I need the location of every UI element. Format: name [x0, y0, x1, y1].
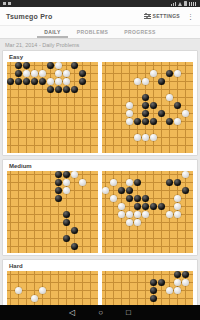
grid-line: [102, 65, 193, 66]
white-stone: [71, 171, 78, 178]
black-stone: [134, 195, 141, 202]
grid-line: [7, 214, 98, 215]
grid-line: [102, 246, 193, 247]
app-title: Tsumego Pro: [6, 13, 52, 20]
grid-line: [7, 222, 98, 223]
grid-line: [102, 145, 193, 146]
grid-line: [10, 62, 11, 153]
grid-line: [50, 62, 51, 153]
go-board-thumbnail[interactable]: [7, 271, 98, 309]
black-stone: [134, 118, 141, 125]
grid-line: [7, 105, 98, 106]
white-stone: [23, 70, 30, 77]
black-stone: [15, 70, 22, 77]
grid-line: [185, 62, 186, 153]
overflow-menu-button[interactable]: ⋮: [187, 13, 194, 20]
white-stone: [63, 78, 70, 85]
white-stone: [110, 179, 117, 186]
black-stone: [63, 171, 70, 178]
white-stone: [134, 211, 141, 218]
settings-icon: [144, 13, 151, 20]
black-stone: [55, 171, 62, 178]
home-icon[interactable]: ○: [98, 309, 103, 317]
grid-line: [102, 238, 193, 239]
black-stone: [174, 179, 181, 186]
white-stone: [142, 134, 149, 141]
grid-line: [7, 246, 98, 247]
status-bar: [0, 0, 200, 7]
black-stone: [142, 118, 149, 125]
white-stone: [166, 211, 173, 218]
black-stone: [71, 62, 78, 69]
grid-line: [102, 129, 193, 130]
white-stone: [182, 110, 189, 117]
white-stone: [126, 118, 133, 125]
grid-line: [50, 171, 51, 253]
section-card-easy: Easy: [2, 50, 198, 156]
white-stone: [126, 211, 133, 218]
grid-line: [7, 121, 98, 122]
black-stone: [134, 203, 141, 210]
grid-line: [102, 222, 193, 223]
settings-label: SETTINGS: [153, 13, 180, 19]
grid-line: [90, 171, 91, 253]
grid-line: [7, 113, 98, 114]
white-stone: [134, 219, 141, 226]
signal-icon: [171, 2, 176, 6]
grid-line: [102, 298, 193, 299]
grid-line: [102, 174, 193, 175]
white-stone: [174, 279, 181, 286]
tab-progress[interactable]: PROGRESS: [117, 26, 163, 38]
black-stone: [71, 86, 78, 93]
notification-icon: [8, 2, 11, 5]
date-header: Mar 21, 2014 - Daily Problems: [0, 39, 200, 50]
black-stone: [158, 279, 165, 286]
black-stone: [23, 78, 30, 85]
white-stone: [166, 287, 173, 294]
white-stone: [174, 211, 181, 218]
black-stone: [55, 187, 62, 194]
white-stone: [174, 118, 181, 125]
white-stone: [63, 70, 70, 77]
grid-line: [7, 238, 98, 239]
grid-line: [102, 89, 193, 90]
grid-line: [105, 171, 106, 253]
go-board-thumbnail[interactable]: [102, 62, 193, 153]
black-stone: [150, 118, 157, 125]
section-title: Hard: [9, 263, 195, 269]
grid-line: [161, 171, 162, 253]
wifi-icon: [178, 2, 182, 6]
black-stone: [150, 287, 157, 294]
white-stone: [126, 179, 133, 186]
white-stone: [102, 187, 109, 194]
grid-line: [34, 171, 35, 253]
go-board-thumbnail[interactable]: [102, 271, 193, 309]
white-stone: [126, 219, 133, 226]
grid-line: [90, 62, 91, 153]
white-stone: [118, 203, 125, 210]
black-stone: [182, 271, 189, 278]
white-stone: [63, 179, 70, 186]
black-stone: [150, 295, 157, 302]
grid-line: [105, 62, 106, 153]
white-stone: [174, 203, 181, 210]
white-stone: [182, 279, 189, 286]
white-stone: [55, 62, 62, 69]
grid-line: [7, 129, 98, 130]
black-stone: [166, 179, 173, 186]
grid-line: [7, 190, 98, 191]
white-stone: [118, 211, 125, 218]
black-stone: [126, 187, 133, 194]
grid-line: [7, 282, 98, 283]
black-stone: [63, 219, 70, 226]
back-icon[interactable]: ◁: [69, 309, 75, 317]
white-stone: [126, 110, 133, 117]
black-stone: [134, 179, 141, 186]
black-stone: [79, 70, 86, 77]
white-stone: [150, 70, 157, 77]
grid-line: [42, 171, 43, 253]
black-stone: [166, 118, 173, 125]
go-board-thumbnail[interactable]: [102, 171, 193, 253]
black-stone: [55, 86, 62, 93]
black-stone: [39, 78, 46, 85]
android-nav-bar: ◁ ○ □: [0, 305, 200, 320]
tab-daily[interactable]: DAILY: [37, 26, 68, 38]
black-stone: [174, 271, 181, 278]
black-stone: [182, 187, 189, 194]
battery-icon: [184, 1, 187, 6]
notification-icon: [3, 2, 6, 5]
grid-line: [161, 62, 162, 153]
white-stone: [79, 179, 86, 186]
white-stone: [150, 134, 157, 141]
section-card-medium: Medium: [2, 159, 198, 256]
go-board-thumbnail[interactable]: [7, 62, 98, 153]
tab-bar: DAILY PROBLEMS PROGRESS: [0, 26, 200, 39]
section-title: Medium: [9, 163, 195, 169]
white-stone: [110, 195, 117, 202]
black-stone: [158, 78, 165, 85]
black-stone: [31, 78, 38, 85]
black-stone: [71, 243, 78, 250]
white-stone: [55, 78, 62, 85]
white-stone: [142, 78, 149, 85]
black-stone: [158, 110, 165, 117]
grid-line: [7, 274, 98, 275]
black-stone: [150, 203, 157, 210]
black-stone: [150, 279, 157, 286]
grid-line: [74, 62, 75, 153]
white-stone: [182, 171, 189, 178]
grid-line: [26, 171, 27, 253]
grid-line: [7, 174, 98, 175]
grid-line: [7, 230, 98, 231]
black-stone: [142, 195, 149, 202]
white-stone: [166, 94, 173, 101]
white-stone: [174, 70, 181, 77]
white-stone: [142, 211, 149, 218]
black-stone: [15, 62, 22, 69]
black-stone: [142, 94, 149, 101]
black-stone: [23, 62, 30, 69]
grid-line: [102, 190, 193, 191]
black-stone: [47, 62, 54, 69]
tab-problems[interactable]: PROBLEMS: [70, 26, 116, 38]
grid-line: [10, 171, 11, 253]
black-stone: [47, 86, 54, 93]
black-stone: [15, 78, 22, 85]
grid-line: [7, 137, 98, 138]
grid-line: [113, 62, 114, 153]
white-stone: [39, 287, 46, 294]
grid-line: [7, 198, 98, 199]
grid-line: [74, 171, 75, 253]
black-stone: [55, 195, 62, 202]
white-stone: [134, 78, 141, 85]
app-bar: Tsumego Pro SETTINGS ⋮: [0, 7, 200, 26]
grid-line: [185, 171, 186, 253]
white-stone: [63, 187, 70, 194]
white-stone: [15, 287, 22, 294]
black-stone: [142, 102, 149, 109]
black-stone: [63, 86, 70, 93]
black-stone: [142, 110, 149, 117]
black-stone: [55, 179, 62, 186]
grid-line: [18, 171, 19, 253]
black-stone: [79, 78, 86, 85]
grid-line: [153, 171, 154, 253]
grid-line: [121, 62, 122, 153]
section-title: Easy: [9, 54, 195, 60]
clock-text: [189, 2, 197, 6]
white-stone: [174, 287, 181, 294]
black-stone: [71, 227, 78, 234]
white-stone: [126, 102, 133, 109]
black-stone: [142, 203, 149, 210]
black-stone: [7, 78, 14, 85]
recents-icon[interactable]: □: [126, 309, 131, 317]
grid-line: [7, 206, 98, 207]
black-stone: [63, 211, 70, 218]
black-stone: [63, 235, 70, 242]
settings-button[interactable]: SETTINGS: [144, 13, 180, 20]
black-stone: [118, 187, 125, 194]
black-stone: [150, 102, 157, 109]
grid-line: [102, 230, 193, 231]
black-stone: [174, 102, 181, 109]
grid-line: [7, 298, 98, 299]
grid-line: [7, 97, 98, 98]
white-stone: [31, 295, 38, 302]
white-stone: [31, 70, 38, 77]
white-stone: [47, 78, 54, 85]
white-stone: [39, 70, 46, 77]
grid-line: [7, 145, 98, 146]
black-stone: [126, 195, 133, 202]
white-stone: [174, 195, 181, 202]
black-stone: [166, 70, 173, 77]
black-stone: [158, 203, 165, 210]
white-stone: [134, 134, 141, 141]
go-board-thumbnail[interactable]: [7, 171, 98, 253]
white-stone: [55, 70, 62, 77]
